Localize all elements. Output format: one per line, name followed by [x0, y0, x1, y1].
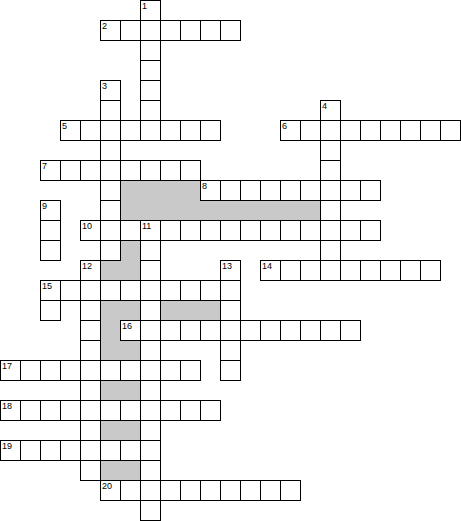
- grid-cell[interactable]: [320, 120, 341, 141]
- grid-cell[interactable]: [0, 440, 21, 461]
- grid-cell[interactable]: [220, 20, 241, 41]
- shaded-cell: [140, 180, 161, 201]
- grid-cell[interactable]: [200, 120, 221, 141]
- grid-cell[interactable]: [100, 360, 121, 381]
- grid-cell[interactable]: [260, 220, 281, 241]
- grid-cell[interactable]: [340, 320, 361, 341]
- grid-cell[interactable]: [300, 120, 321, 141]
- grid-cell[interactable]: [240, 320, 261, 341]
- grid-cell[interactable]: [80, 400, 101, 421]
- grid-cell[interactable]: [100, 160, 121, 181]
- grid-cell[interactable]: [260, 320, 281, 341]
- shaded-cell: [100, 300, 121, 321]
- grid-cell[interactable]: [140, 20, 161, 41]
- grid-cell[interactable]: [360, 120, 381, 141]
- grid-cell[interactable]: [160, 280, 181, 301]
- grid-cell[interactable]: [80, 260, 101, 281]
- grid-cell[interactable]: [320, 160, 341, 181]
- shaded-cell: [100, 260, 121, 281]
- shaded-cell: [120, 380, 141, 401]
- grid-cell[interactable]: [220, 280, 241, 301]
- grid-cell[interactable]: [140, 80, 161, 101]
- grid-cell[interactable]: [220, 220, 241, 241]
- grid-cell[interactable]: [400, 120, 421, 141]
- grid-cell[interactable]: [140, 160, 161, 181]
- grid-cell[interactable]: [120, 160, 141, 181]
- grid-cell[interactable]: [280, 260, 301, 281]
- grid-cell[interactable]: [140, 240, 161, 261]
- grid-cell[interactable]: [200, 280, 221, 301]
- grid-cell[interactable]: [100, 480, 121, 501]
- grid-cell[interactable]: [220, 260, 241, 281]
- grid-cell[interactable]: [20, 360, 41, 381]
- grid-cell[interactable]: [40, 360, 61, 381]
- grid-cell[interactable]: [80, 380, 101, 401]
- grid-cell[interactable]: [320, 240, 341, 261]
- grid-cell[interactable]: [140, 60, 161, 81]
- grid-cell[interactable]: [40, 440, 61, 461]
- grid-cell[interactable]: [140, 220, 161, 241]
- grid-cell[interactable]: [100, 20, 121, 41]
- grid-cell[interactable]: [340, 260, 361, 281]
- grid-cell[interactable]: [180, 480, 201, 501]
- grid-cell[interactable]: [180, 20, 201, 41]
- shaded-cell: [160, 200, 181, 221]
- grid-cell[interactable]: [200, 320, 221, 341]
- shaded-cell: [120, 300, 141, 321]
- grid-cell[interactable]: [100, 80, 121, 101]
- grid-cell[interactable]: [40, 200, 61, 221]
- grid-cell[interactable]: [80, 300, 101, 321]
- grid-cell[interactable]: [140, 0, 161, 21]
- shaded-cell: [120, 340, 141, 361]
- grid-cell[interactable]: [80, 460, 101, 481]
- grid-cell[interactable]: [60, 360, 81, 381]
- shaded-cell: [200, 200, 221, 221]
- grid-cell[interactable]: [160, 20, 181, 41]
- grid-cell[interactable]: [80, 420, 101, 441]
- grid-cell[interactable]: [320, 260, 341, 281]
- shaded-cell: [200, 300, 221, 321]
- shaded-cell: [100, 460, 121, 481]
- grid-cell[interactable]: [320, 200, 341, 221]
- grid-cell[interactable]: [140, 380, 161, 401]
- grid-cell[interactable]: [140, 280, 161, 301]
- grid-cell[interactable]: [200, 400, 221, 421]
- grid-cell[interactable]: [120, 280, 141, 301]
- grid-cell[interactable]: [180, 280, 201, 301]
- grid-cell[interactable]: [40, 160, 61, 181]
- grid-cell[interactable]: [320, 140, 341, 161]
- grid-cell[interactable]: [360, 220, 381, 241]
- grid-cell[interactable]: [280, 180, 301, 201]
- grid-cell[interactable]: [40, 300, 61, 321]
- grid-cell[interactable]: [240, 220, 261, 241]
- grid-cell[interactable]: [320, 220, 341, 241]
- grid-cell[interactable]: [160, 400, 181, 421]
- grid-cell[interactable]: [140, 300, 161, 321]
- grid-cell[interactable]: [80, 220, 101, 241]
- grid-cell[interactable]: [100, 220, 121, 241]
- grid-cell[interactable]: [440, 120, 461, 141]
- grid-cell[interactable]: [80, 340, 101, 361]
- grid-cell[interactable]: [360, 260, 381, 281]
- grid-cell[interactable]: [80, 440, 101, 461]
- grid-cell[interactable]: [280, 120, 301, 141]
- grid-cell[interactable]: [140, 480, 161, 501]
- grid-cell[interactable]: [380, 260, 401, 281]
- grid-cell[interactable]: [140, 400, 161, 421]
- grid-cell[interactable]: [220, 480, 241, 501]
- grid-cell[interactable]: [140, 500, 161, 521]
- grid-cell[interactable]: [260, 260, 281, 281]
- grid-cell[interactable]: [200, 480, 221, 501]
- grid-cell[interactable]: [120, 400, 141, 421]
- grid-cell[interactable]: [220, 360, 241, 381]
- grid-cell[interactable]: [280, 220, 301, 241]
- grid-cell[interactable]: [200, 220, 221, 241]
- shaded-cell: [280, 200, 301, 221]
- grid-cell[interactable]: [120, 220, 141, 241]
- shaded-cell: [120, 260, 141, 281]
- grid-cell[interactable]: [120, 120, 141, 141]
- shaded-cell: [160, 180, 181, 201]
- grid-cell[interactable]: [400, 260, 421, 281]
- grid-cell[interactable]: [140, 420, 161, 441]
- grid-cell[interactable]: [100, 100, 121, 121]
- grid-cell[interactable]: [320, 320, 341, 341]
- grid-cell[interactable]: [40, 240, 61, 261]
- grid-cell[interactable]: [140, 360, 161, 381]
- grid-cell[interactable]: [220, 180, 241, 201]
- grid-cell[interactable]: [100, 440, 121, 461]
- grid-cell[interactable]: [300, 260, 321, 281]
- shaded-cell: [100, 320, 121, 341]
- grid-cell[interactable]: [260, 180, 281, 201]
- grid-cell[interactable]: [140, 260, 161, 281]
- shaded-cell: [220, 200, 241, 221]
- grid-cell[interactable]: [60, 280, 81, 301]
- grid-cell[interactable]: [160, 320, 181, 341]
- grid-cell[interactable]: [320, 100, 341, 121]
- shaded-cell: [120, 200, 141, 221]
- grid-cell[interactable]: [40, 220, 61, 241]
- grid-cell[interactable]: [60, 160, 81, 181]
- grid-cell[interactable]: [140, 120, 161, 141]
- grid-cell[interactable]: [220, 300, 241, 321]
- shaded-cell: [100, 340, 121, 361]
- grid-cell[interactable]: [0, 360, 21, 381]
- shaded-cell: [300, 200, 321, 221]
- grid-cell[interactable]: [180, 320, 201, 341]
- grid-cell[interactable]: [40, 400, 61, 421]
- grid-cell[interactable]: [80, 120, 101, 141]
- grid-cell[interactable]: [60, 440, 81, 461]
- grid-cell[interactable]: [100, 180, 121, 201]
- grid-cell[interactable]: [240, 180, 261, 201]
- grid-cell[interactable]: [280, 320, 301, 341]
- shaded-cell: [180, 180, 201, 201]
- grid-cell[interactable]: [20, 400, 41, 421]
- grid-cell[interactable]: [160, 480, 181, 501]
- grid-cell[interactable]: [40, 280, 61, 301]
- grid-cell[interactable]: [360, 180, 381, 201]
- grid-cell[interactable]: [80, 360, 101, 381]
- grid-cell[interactable]: [120, 440, 141, 461]
- shaded-cell: [120, 460, 141, 481]
- grid-cell[interactable]: [200, 20, 221, 41]
- grid-cell[interactable]: [120, 360, 141, 381]
- grid-cell[interactable]: [220, 340, 241, 361]
- grid-cell[interactable]: [160, 120, 181, 141]
- shaded-cell: [100, 380, 121, 401]
- shaded-cell: [120, 240, 141, 261]
- grid-cell[interactable]: [340, 180, 361, 201]
- grid-cell[interactable]: [180, 220, 201, 241]
- shaded-cell: [120, 180, 141, 201]
- grid-cell[interactable]: [420, 120, 441, 141]
- grid-cell[interactable]: [160, 160, 181, 181]
- grid-cell[interactable]: [160, 220, 181, 241]
- grid-cell[interactable]: [140, 460, 161, 481]
- grid-cell[interactable]: [180, 360, 201, 381]
- shaded-cell: [240, 200, 261, 221]
- grid-cell[interactable]: [80, 160, 101, 181]
- grid-cell[interactable]: [320, 180, 341, 201]
- grid-cell[interactable]: [120, 320, 141, 341]
- grid-cell[interactable]: [140, 40, 161, 61]
- shaded-cell: [140, 200, 161, 221]
- grid-cell[interactable]: [20, 440, 41, 461]
- grid-cell[interactable]: [300, 220, 321, 241]
- grid-cell[interactable]: [300, 320, 321, 341]
- grid-cell[interactable]: [60, 120, 81, 141]
- grid-cell[interactable]: [100, 280, 121, 301]
- grid-cell[interactable]: [80, 280, 101, 301]
- grid-cell[interactable]: [280, 480, 301, 501]
- grid-cell[interactable]: [120, 480, 141, 501]
- grid-cell[interactable]: [140, 340, 161, 361]
- grid-cell[interactable]: [100, 140, 121, 161]
- grid-cell[interactable]: [340, 220, 361, 241]
- grid-cell[interactable]: [340, 120, 361, 141]
- grid-cell[interactable]: [0, 400, 21, 421]
- crossword-board: 1234567891011121314151617181920: [0, 0, 461, 521]
- grid-cell[interactable]: [180, 160, 201, 181]
- grid-cell[interactable]: [160, 360, 181, 381]
- grid-cell[interactable]: [100, 400, 121, 421]
- grid-cell[interactable]: [420, 260, 441, 281]
- grid-cell[interactable]: [240, 480, 261, 501]
- grid-cell[interactable]: [380, 120, 401, 141]
- grid-cell[interactable]: [140, 100, 161, 121]
- grid-cell[interactable]: [140, 440, 161, 461]
- grid-cell[interactable]: [80, 320, 101, 341]
- grid-cell[interactable]: [120, 20, 141, 41]
- shaded-cell: [120, 420, 141, 441]
- grid-cell[interactable]: [100, 200, 121, 221]
- shaded-cell: [180, 200, 201, 221]
- grid-cell[interactable]: [180, 120, 201, 141]
- grid-cell[interactable]: [260, 480, 281, 501]
- shaded-cell: [100, 420, 121, 441]
- grid-cell[interactable]: [300, 180, 321, 201]
- grid-cell[interactable]: [200, 180, 221, 201]
- shaded-cell: [260, 200, 281, 221]
- grid-cell[interactable]: [140, 320, 161, 341]
- grid-cell[interactable]: [60, 400, 81, 421]
- shaded-cell: [160, 300, 181, 321]
- grid-cell[interactable]: [100, 240, 121, 261]
- grid-cell[interactable]: [180, 400, 201, 421]
- shaded-cell: [180, 300, 201, 321]
- grid-cell[interactable]: [100, 120, 121, 141]
- grid-cell[interactable]: [220, 320, 241, 341]
